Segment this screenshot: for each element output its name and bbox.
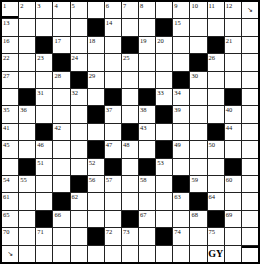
clue-number: 16 — [3, 37, 10, 45]
cell-r15c7[interactable] — [105, 246, 121, 262]
cell-r1c10[interactable] — [156, 2, 172, 18]
cell-r15c4[interactable] — [53, 246, 69, 262]
cell-r12c1[interactable]: 61 — [2, 193, 18, 209]
cell-r4c15[interactable] — [242, 54, 258, 70]
clue-number: 8 — [140, 2, 143, 10]
cell-r13c9[interactable]: 67 — [139, 211, 155, 227]
cell-r11c10[interactable] — [156, 176, 172, 192]
clue-number: 20 — [157, 37, 164, 45]
cell-r13c4[interactable]: 66 — [53, 211, 69, 227]
cell-r13c6[interactable] — [88, 211, 104, 227]
clue-number: 26 — [209, 54, 216, 62]
clue-number: 25 — [123, 54, 130, 62]
cell-r13c15[interactable] — [242, 211, 258, 227]
cell-r5c5 — [71, 72, 87, 88]
cell-r1c2[interactable]: 2 — [19, 2, 35, 18]
clue-number: 34 — [174, 89, 181, 97]
cell-r1c11[interactable]: 9 — [173, 2, 189, 18]
cell-r12c10[interactable] — [156, 193, 172, 209]
cell-r15c5[interactable] — [71, 246, 87, 262]
cell-r8c9[interactable]: 43 — [139, 124, 155, 140]
cell-r15c10[interactable] — [156, 246, 172, 262]
cell-r13c14[interactable]: 69 — [225, 211, 241, 227]
cell-r9c15[interactable] — [242, 141, 258, 157]
cell-r8c15[interactable] — [242, 124, 258, 140]
cell-r2c6 — [88, 19, 104, 35]
clue-number: 13 — [3, 19, 10, 27]
cell-r14c9[interactable] — [139, 228, 155, 244]
cell-r13c10[interactable] — [156, 211, 172, 227]
cell-r3c13 — [208, 37, 224, 53]
cell-r1c9[interactable]: 8 — [139, 2, 155, 18]
cell-r13c1[interactable]: 65 — [2, 211, 18, 227]
clue-number: 23 — [37, 54, 44, 62]
cell-r9c13[interactable]: 50 — [208, 141, 224, 157]
cell-r11c4[interactable] — [53, 176, 69, 192]
cell-r15c14[interactable] — [225, 246, 241, 262]
cell-r14c1[interactable]: 70 — [2, 228, 18, 244]
cell-r5c15[interactable] — [242, 72, 258, 88]
cell-r7c2[interactable]: 36 — [19, 106, 35, 122]
clue-number: 50 — [209, 141, 216, 149]
cell-r3c14[interactable]: 21 — [225, 37, 241, 53]
cell-r10c7 — [105, 159, 121, 175]
cell-r5c7[interactable] — [105, 72, 121, 88]
cell-r5c10[interactable] — [156, 72, 172, 88]
cell-r9c1[interactable]: 45 — [2, 141, 18, 157]
cell-r7c11[interactable]: 39 — [173, 106, 189, 122]
clue-number: 4 — [54, 2, 57, 10]
cell-r11c2[interactable]: 55 — [19, 176, 35, 192]
cell-r10c11[interactable] — [173, 159, 189, 175]
cell-r15c15[interactable] — [242, 246, 258, 262]
cell-r14c4[interactable] — [53, 228, 69, 244]
cell-r6c12[interactable] — [190, 89, 206, 105]
cell-r9c4[interactable] — [53, 141, 69, 157]
cell-r13c3 — [36, 211, 52, 227]
cell-r14c15[interactable] — [242, 228, 258, 244]
cell-r6c6[interactable] — [88, 89, 104, 105]
cell-r6c4[interactable] — [53, 89, 69, 105]
cell-r13c2[interactable] — [19, 211, 35, 227]
cell-r12c9[interactable] — [139, 193, 155, 209]
cell-r1c5[interactable]: 5 — [71, 2, 87, 18]
cell-r15c3[interactable] — [36, 246, 52, 262]
clue-number: 44 — [226, 124, 233, 132]
cell-r7c4[interactable] — [53, 106, 69, 122]
clue-number: 11 — [209, 2, 215, 10]
cell-r15c2[interactable] — [19, 246, 35, 262]
cell-r2c15[interactable] — [242, 19, 258, 35]
cell-r9c11[interactable]: 49 — [173, 141, 189, 157]
cell-r2c10 — [156, 19, 172, 35]
cell-r7c7[interactable]: 37 — [105, 106, 121, 122]
cell-r13c5[interactable] — [71, 211, 87, 227]
cell-r13c13 — [208, 211, 224, 227]
cell-r5c2[interactable] — [19, 72, 35, 88]
cell-r5c13[interactable] — [208, 72, 224, 88]
clue-number: 7 — [123, 2, 126, 10]
cell-r11c5 — [71, 176, 87, 192]
clue-number: 69 — [226, 211, 233, 219]
clue-number: 72 — [106, 228, 113, 236]
cell-r13c12[interactable]: 68 — [190, 211, 206, 227]
cell-r14c5[interactable] — [71, 228, 87, 244]
clue-number: 40 — [226, 106, 233, 114]
cell-r7c14[interactable]: 40 — [225, 106, 241, 122]
cell-r3c1[interactable]: 16 — [2, 37, 18, 53]
clue-number: 42 — [54, 124, 61, 132]
clue-number: 37 — [106, 106, 113, 114]
clue-number: 64 — [209, 193, 216, 201]
cell-r15c6[interactable] — [88, 246, 104, 262]
clue-number: 28 — [54, 72, 61, 80]
cell-r3c15[interactable] — [242, 37, 258, 53]
clue-number: 21 — [226, 37, 233, 45]
cell-r13c11[interactable] — [173, 211, 189, 227]
clue-number: 29 — [89, 72, 96, 80]
clue-number: 9 — [174, 2, 177, 10]
cell-r14c2[interactable] — [19, 228, 35, 244]
cell-r5c9[interactable] — [139, 72, 155, 88]
cell-r7c10 — [156, 106, 172, 122]
clue-number: 12 — [226, 2, 233, 10]
cell-r1c6[interactable] — [88, 2, 104, 18]
cell-r8c2[interactable] — [19, 124, 35, 140]
cell-r5c6[interactable]: 29 — [88, 72, 104, 88]
clue-number: 45 — [3, 141, 10, 149]
cell-r1c7[interactable]: 6 — [105, 2, 121, 18]
cell-r11c11 — [173, 176, 189, 192]
clue-number: 6 — [106, 2, 109, 10]
clue-number: 68 — [191, 211, 198, 219]
cell-r4c11[interactable] — [173, 54, 189, 70]
cell-r12c11[interactable]: 63 — [173, 193, 189, 209]
cell-r7c8[interactable] — [122, 106, 138, 122]
cell-r4c3[interactable]: 23 — [36, 54, 52, 70]
cell-r8c1[interactable]: 41 — [2, 124, 18, 140]
cell-r5c4[interactable]: 28 — [53, 72, 69, 88]
cell-r7c5[interactable] — [71, 106, 87, 122]
clue-number: 36 — [20, 106, 27, 114]
cell-r7c13[interactable] — [208, 106, 224, 122]
cell-r12c6[interactable] — [88, 193, 104, 209]
clue-number: 39 — [174, 106, 181, 114]
cell-r10c2 — [19, 159, 35, 175]
cell-r2c3[interactable] — [36, 19, 52, 35]
clue-number: 71 — [37, 228, 44, 236]
cell-r9c7[interactable]: 47 — [105, 141, 121, 157]
cell-r13c7[interactable] — [105, 211, 121, 227]
cell-r10c10[interactable]: 53 — [156, 159, 172, 175]
crossword-grid: 123456789101112↘131415161718192021222324… — [0, 0, 260, 264]
cell-r4c7[interactable] — [105, 54, 121, 70]
cell-r8c11[interactable] — [173, 124, 189, 140]
cell-r3c2[interactable] — [19, 37, 35, 53]
cell-r2c14[interactable] — [225, 19, 241, 35]
cell-r5c11 — [173, 72, 189, 88]
cell-r15c13[interactable]: GY — [208, 246, 224, 262]
cell-r4c10[interactable] — [156, 54, 172, 70]
prefilled-letters: GY — [208, 248, 223, 259]
clue-number: 15 — [174, 19, 181, 27]
cell-r6c10[interactable]: 33 — [156, 89, 172, 105]
cell-r4c9[interactable] — [139, 54, 155, 70]
cell-r14c7[interactable]: 72 — [105, 228, 121, 244]
cell-r12c13[interactable]: 64 — [208, 193, 224, 209]
cell-r10c6[interactable]: 52 — [88, 159, 104, 175]
clue-number: 35 — [3, 106, 10, 114]
cell-r12c14[interactable] — [225, 193, 241, 209]
cell-r14c3[interactable]: 71 — [36, 228, 52, 244]
cell-r2c11[interactable]: 15 — [173, 19, 189, 35]
cell-r4c8[interactable]: 25 — [122, 54, 138, 70]
clue-number: 14 — [106, 19, 113, 27]
cell-r2c4[interactable] — [53, 19, 69, 35]
cell-r9c12[interactable] — [190, 141, 206, 157]
cell-r5c12[interactable]: 30 — [190, 72, 206, 88]
cell-r4c14[interactable] — [225, 54, 241, 70]
clue-number: 62 — [72, 193, 79, 201]
cell-r14c10 — [156, 228, 172, 244]
clue-number: 56 — [89, 176, 96, 184]
cell-r11c3[interactable] — [36, 176, 52, 192]
cell-r11c7[interactable]: 57 — [105, 176, 121, 192]
clue-number: 33 — [157, 89, 164, 97]
cell-r3c8 — [122, 37, 138, 53]
cell-r10c15[interactable] — [242, 159, 258, 175]
solution-arrow-icon: ↘ — [7, 250, 13, 258]
solution-arrow-icon: ↘ — [247, 6, 253, 14]
cell-r10c5[interactable] — [71, 159, 87, 175]
clue-number: 31 — [37, 89, 44, 97]
cell-r3c7[interactable] — [105, 37, 121, 53]
cell-r12c15[interactable] — [242, 193, 258, 209]
clue-number: 59 — [191, 176, 198, 184]
cell-r15c12[interactable] — [190, 246, 206, 262]
cell-r12c3[interactable] — [36, 193, 52, 209]
cell-r2c7[interactable]: 14 — [105, 19, 121, 35]
cell-r15c8[interactable] — [122, 246, 138, 262]
cell-r1c8[interactable]: 7 — [122, 2, 138, 18]
cell-r9c8[interactable]: 48 — [122, 141, 138, 157]
cell-r6c14 — [225, 89, 241, 105]
cell-r8c10[interactable] — [156, 124, 172, 140]
cell-r1c4[interactable]: 4 — [53, 2, 69, 18]
clue-number: 65 — [3, 211, 10, 219]
clue-number: 57 — [106, 176, 113, 184]
clue-number: 52 — [89, 159, 96, 167]
clue-number: 67 — [140, 211, 147, 219]
cell-r6c8[interactable] — [122, 89, 138, 105]
cell-r6c5[interactable]: 32 — [71, 89, 87, 105]
cell-r12c4 — [53, 193, 69, 209]
cell-r12c2[interactable] — [19, 193, 35, 209]
cell-r5c8[interactable] — [122, 72, 138, 88]
cell-r1c15[interactable]: ↘ — [242, 2, 258, 18]
cell-r4c1[interactable]: 22 — [2, 54, 18, 70]
cell-r6c2 — [19, 89, 35, 105]
cell-r2c12[interactable] — [190, 19, 206, 35]
cell-r12c7[interactable] — [105, 193, 121, 209]
cell-r6c15[interactable] — [242, 89, 258, 105]
cell-r7c3[interactable] — [36, 106, 52, 122]
cell-r3c6[interactable]: 18 — [88, 37, 104, 53]
cell-r8c4[interactable]: 42 — [53, 124, 69, 140]
cell-r10c14 — [225, 159, 241, 175]
cell-r3c10[interactable]: 20 — [156, 37, 172, 53]
clue-number: 43 — [140, 124, 147, 132]
cell-r2c2[interactable] — [19, 19, 35, 35]
cell-r11c14[interactable]: 60 — [225, 176, 241, 192]
clue-number: 58 — [140, 176, 147, 184]
clue-number: 17 — [54, 37, 61, 45]
clue-number: 63 — [174, 193, 181, 201]
cell-r7c12[interactable] — [190, 106, 206, 122]
cell-r6c11[interactable]: 34 — [173, 89, 189, 105]
cell-r13c8 — [122, 211, 138, 227]
cell-r7c1[interactable]: 35 — [2, 106, 18, 122]
cell-r6c3[interactable]: 31 — [36, 89, 52, 105]
cell-r5c1[interactable]: 27 — [2, 72, 18, 88]
clue-number: 2 — [20, 2, 23, 10]
cell-r11c1[interactable]: 54 — [2, 176, 18, 192]
cell-r8c7[interactable] — [105, 124, 121, 140]
cell-r5c3[interactable] — [36, 72, 52, 88]
cell-r3c4[interactable]: 17 — [53, 37, 69, 53]
cell-r9c10 — [156, 141, 172, 157]
clue-number: 38 — [140, 106, 147, 114]
clue-number: 48 — [123, 141, 130, 149]
clue-number: 19 — [140, 37, 147, 45]
cell-r14c12[interactable] — [190, 228, 206, 244]
cell-r11c8[interactable] — [122, 176, 138, 192]
cell-r3c11[interactable] — [173, 37, 189, 53]
cell-r10c4[interactable] — [53, 159, 69, 175]
cell-r10c3[interactable]: 51 — [36, 159, 52, 175]
cell-r2c1[interactable]: 13 — [2, 19, 18, 35]
cell-r15c11[interactable] — [173, 246, 189, 262]
cell-r8c6[interactable] — [88, 124, 104, 140]
cell-r11c13[interactable] — [208, 176, 224, 192]
cell-r7c15[interactable] — [242, 106, 258, 122]
clue-number: 3 — [37, 2, 40, 10]
cell-r14c13[interactable]: 75 — [208, 228, 224, 244]
cell-r6c13[interactable] — [208, 89, 224, 105]
cell-r8c14[interactable]: 44 — [225, 124, 241, 140]
cell-r4c13[interactable]: 26 — [208, 54, 224, 70]
cell-r11c9[interactable]: 58 — [139, 176, 155, 192]
cell-r15c9[interactable] — [139, 246, 155, 262]
clue-number: 75 — [209, 228, 216, 236]
cell-r15c1[interactable]: ↘ — [2, 246, 18, 262]
clue-number: 51 — [37, 159, 44, 167]
cell-r9c9[interactable] — [139, 141, 155, 157]
clue-number: 74 — [174, 228, 181, 236]
cell-r2c8[interactable] — [122, 19, 138, 35]
clue-number: 55 — [20, 176, 27, 184]
cell-r10c9 — [139, 159, 155, 175]
cell-r10c8[interactable] — [122, 159, 138, 175]
cell-r8c13 — [208, 124, 224, 140]
clue-number: 66 — [54, 211, 61, 219]
cell-r14c8[interactable]: 73 — [122, 228, 138, 244]
cell-r11c12[interactable]: 59 — [190, 176, 206, 192]
cell-r8c8 — [122, 124, 138, 140]
cell-r1c12[interactable]: 10 — [190, 2, 206, 18]
clue-number: 61 — [3, 193, 10, 201]
cell-r9c3[interactable]: 46 — [36, 141, 52, 157]
clue-number: 73 — [123, 228, 130, 236]
clue-number: 10 — [191, 2, 198, 10]
cell-r7c6 — [88, 106, 104, 122]
cell-r8c5[interactable] — [71, 124, 87, 140]
cell-r11c15[interactable] — [242, 176, 258, 192]
clue-number: 1 — [3, 2, 6, 10]
cell-r9c14[interactable] — [225, 141, 241, 157]
clue-number: 41 — [3, 124, 10, 132]
clue-number: 47 — [106, 141, 113, 149]
cell-r6c1[interactable] — [2, 89, 18, 105]
cell-r2c5[interactable] — [71, 19, 87, 35]
clue-number: 49 — [174, 141, 181, 149]
cell-r12c5[interactable]: 62 — [71, 193, 87, 209]
cell-r4c6[interactable] — [88, 54, 104, 70]
cell-r1c3[interactable]: 3 — [36, 2, 52, 18]
cell-r1c14[interactable]: 12 — [225, 2, 241, 18]
cell-r3c3 — [36, 37, 52, 53]
cell-r6c9 — [139, 89, 155, 105]
cell-r11c6[interactable]: 56 — [88, 176, 104, 192]
clue-number: 70 — [3, 228, 10, 236]
clue-number: 24 — [72, 54, 79, 62]
clue-number: 46 — [37, 141, 44, 149]
cell-r12c12 — [190, 193, 206, 209]
clue-number: 32 — [72, 89, 79, 97]
clue-number: 18 — [89, 37, 96, 45]
cell-r2c13[interactable] — [208, 19, 224, 35]
cell-r2c9[interactable] — [139, 19, 155, 35]
cell-r4c4 — [53, 54, 69, 70]
cell-r8c3 — [36, 124, 52, 140]
cell-r1c13[interactable]: 11 — [208, 2, 224, 18]
cell-r4c12 — [190, 54, 206, 70]
cell-r1c1[interactable]: 1 — [2, 2, 18, 18]
cell-r3c12[interactable] — [190, 37, 206, 53]
cell-r14c11[interactable]: 74 — [173, 228, 189, 244]
cell-r7c9[interactable]: 38 — [139, 106, 155, 122]
cell-r14c6 — [88, 228, 104, 244]
cell-r12c8[interactable] — [122, 193, 138, 209]
cell-r9c6 — [88, 141, 104, 157]
cell-r8c12[interactable] — [190, 124, 206, 140]
clue-number: 60 — [226, 176, 233, 184]
cell-r4c2[interactable] — [19, 54, 35, 70]
cell-r10c13[interactable] — [208, 159, 224, 175]
cell-r3c5[interactable] — [71, 37, 87, 53]
cell-r10c1[interactable] — [2, 159, 18, 175]
clue-number: 22 — [3, 54, 10, 62]
cell-r9c5[interactable] — [71, 141, 87, 157]
cell-r9c2[interactable] — [19, 141, 35, 157]
cell-r10c12[interactable] — [190, 159, 206, 175]
cell-r3c9[interactable]: 19 — [139, 37, 155, 53]
cell-r4c5[interactable]: 24 — [71, 54, 87, 70]
cell-r5c14[interactable] — [225, 72, 241, 88]
clue-number: 30 — [191, 72, 198, 80]
cell-r14c14[interactable] — [225, 228, 241, 244]
clue-number: 54 — [3, 176, 10, 184]
